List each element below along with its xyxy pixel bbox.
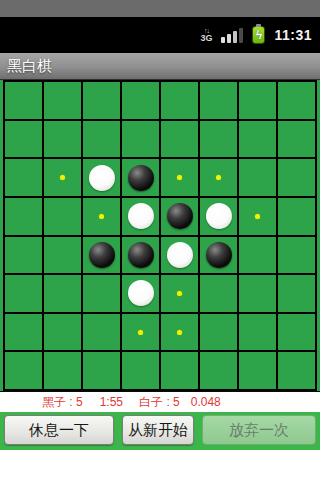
board-cell-c5[interactable]	[82, 236, 121, 275]
board-cell-c1[interactable]	[82, 81, 121, 120]
board-cell-f5[interactable]	[199, 236, 238, 275]
white-disc	[128, 280, 154, 306]
board-cell-b5[interactable]	[43, 236, 82, 275]
board-cell-f7[interactable]	[199, 313, 238, 352]
board-cell-a4[interactable]	[4, 197, 43, 236]
board-cell-e8[interactable]	[160, 351, 199, 390]
battery-charging-icon: ϟ	[252, 26, 265, 44]
status-bar-clock: 11:31	[274, 27, 312, 43]
pass-button-disabled[interactable]: 放弃一次	[202, 415, 316, 445]
board-cell-d1[interactable]	[121, 81, 160, 120]
board-area	[0, 80, 320, 391]
black-disc	[206, 242, 232, 268]
board-cell-e6[interactable]	[160, 274, 199, 313]
app-title-bar: 黑白棋	[0, 53, 320, 80]
board-cell-b3[interactable]	[43, 158, 82, 197]
white-disc	[89, 165, 115, 191]
board-cell-c6[interactable]	[82, 274, 121, 313]
game-clock: 1:55	[100, 395, 123, 409]
board-cell-g8[interactable]	[238, 351, 277, 390]
board-cell-a6[interactable]	[4, 274, 43, 313]
board-cell-d3[interactable]	[121, 158, 160, 197]
board-cell-e5[interactable]	[160, 236, 199, 275]
board-cell-b1[interactable]	[43, 81, 82, 120]
board-cell-b2[interactable]	[43, 120, 82, 159]
white-disc	[206, 203, 232, 229]
ai-think-time: 0.048	[191, 395, 221, 409]
board-cell-a1[interactable]	[4, 81, 43, 120]
board-cell-e3[interactable]	[160, 158, 199, 197]
board-cell-g6[interactable]	[238, 274, 277, 313]
board-cell-h8[interactable]	[277, 351, 316, 390]
black-disc	[128, 242, 154, 268]
mobile-network-3g-icon: ↑↓ 3G	[200, 27, 212, 43]
board-cell-h7[interactable]	[277, 313, 316, 352]
board-cell-b7[interactable]	[43, 313, 82, 352]
legal-move-hint-dot	[177, 175, 182, 180]
black-disc	[89, 242, 115, 268]
black-score-label: 黑子 : 5	[42, 394, 83, 411]
board-cell-b6[interactable]	[43, 274, 82, 313]
legal-move-hint-dot	[99, 214, 104, 219]
board-cell-d4[interactable]	[121, 197, 160, 236]
board-cell-g1[interactable]	[238, 81, 277, 120]
wallpaper-strip	[0, 0, 320, 17]
board-cell-g7[interactable]	[238, 313, 277, 352]
board-cell-c3[interactable]	[82, 158, 121, 197]
app-title: 黑白棋	[7, 57, 52, 76]
board-cell-g3[interactable]	[238, 158, 277, 197]
bottom-blank-area	[0, 450, 320, 480]
white-disc	[167, 242, 193, 268]
othello-board	[3, 80, 317, 391]
white-disc	[128, 203, 154, 229]
board-cell-f6[interactable]	[199, 274, 238, 313]
board-cell-h5[interactable]	[277, 236, 316, 275]
board-cell-e7[interactable]	[160, 313, 199, 352]
board-cell-f3[interactable]	[199, 158, 238, 197]
android-status-bar: ↑↓ 3G ϟ 11:31	[0, 17, 320, 53]
board-cell-h1[interactable]	[277, 81, 316, 120]
board-cell-h2[interactable]	[277, 120, 316, 159]
board-cell-c4[interactable]	[82, 197, 121, 236]
board-cell-b8[interactable]	[43, 351, 82, 390]
legal-move-hint-dot	[177, 291, 182, 296]
score-strip: 黑子 : 5 1:55 白子 : 5 0.048	[0, 391, 320, 412]
board-cell-a3[interactable]	[4, 158, 43, 197]
black-disc	[128, 165, 154, 191]
legal-move-hint-dot	[255, 214, 260, 219]
legal-move-hint-dot	[138, 330, 143, 335]
board-cell-d7[interactable]	[121, 313, 160, 352]
board-cell-d6[interactable]	[121, 274, 160, 313]
legal-move-hint-dot	[177, 330, 182, 335]
board-cell-g2[interactable]	[238, 120, 277, 159]
board-cell-h3[interactable]	[277, 158, 316, 197]
legal-move-hint-dot	[60, 175, 65, 180]
board-cell-e2[interactable]	[160, 120, 199, 159]
board-cell-c8[interactable]	[82, 351, 121, 390]
board-cell-a7[interactable]	[4, 313, 43, 352]
board-cell-h4[interactable]	[277, 197, 316, 236]
legal-move-hint-dot	[216, 175, 221, 180]
rest-button[interactable]: 休息一下	[4, 415, 114, 445]
board-cell-d5[interactable]	[121, 236, 160, 275]
app-screen: ↑↓ 3G ϟ 11:31 黑白棋 黑子 : 5 1:55 白子 : 5 0.0…	[0, 0, 320, 480]
board-cell-g4[interactable]	[238, 197, 277, 236]
board-cell-d8[interactable]	[121, 351, 160, 390]
signal-strength-icon	[221, 27, 243, 43]
board-cell-h6[interactable]	[277, 274, 316, 313]
board-cell-f8[interactable]	[199, 351, 238, 390]
board-cell-a2[interactable]	[4, 120, 43, 159]
board-cell-c2[interactable]	[82, 120, 121, 159]
lightning-bolt-icon: ϟ	[256, 28, 262, 42]
board-cell-b4[interactable]	[43, 197, 82, 236]
restart-button[interactable]: 从新开始	[122, 415, 194, 445]
board-cell-f2[interactable]	[199, 120, 238, 159]
board-cell-g5[interactable]	[238, 236, 277, 275]
board-cell-a5[interactable]	[4, 236, 43, 275]
board-cell-a8[interactable]	[4, 351, 43, 390]
board-cell-e1[interactable]	[160, 81, 199, 120]
black-disc	[167, 203, 193, 229]
button-bar: 休息一下 从新开始 放弃一次	[0, 412, 320, 450]
board-cell-f4[interactable]	[199, 197, 238, 236]
white-score-label: 白子 : 5	[139, 394, 180, 411]
board-cell-f1[interactable]	[199, 81, 238, 120]
board-cell-d2[interactable]	[121, 120, 160, 159]
board-cell-e4[interactable]	[160, 197, 199, 236]
board-cell-c7[interactable]	[82, 313, 121, 352]
